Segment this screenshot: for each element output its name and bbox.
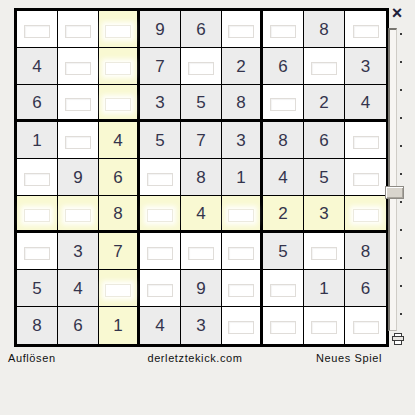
cell-r6c2 (58, 196, 99, 233)
slider-tick (400, 61, 402, 63)
cell-r2c2 (58, 48, 99, 85)
cell-input-r2c8[interactable] (311, 62, 337, 75)
cell-input-r6c4[interactable] (147, 209, 173, 222)
given-digit: 6 (32, 94, 41, 111)
given-digit: 4 (278, 169, 287, 186)
cell-r9c1: 8 (17, 307, 58, 344)
cell-input-r1c2[interactable] (65, 25, 91, 38)
given-digit: 2 (319, 94, 328, 111)
cell-r5c2: 9 (58, 159, 99, 196)
cell-r1c7 (263, 11, 304, 48)
cell-input-r1c9[interactable] (353, 25, 379, 38)
slider-tick (400, 257, 402, 259)
cell-r6c7: 2 (263, 196, 304, 233)
slider-tick (400, 285, 402, 287)
cell-r2c9: 3 (345, 48, 386, 85)
cell-r1c6 (222, 11, 263, 48)
cell-r7c9: 8 (345, 233, 386, 270)
cell-input-r8c4[interactable] (147, 284, 173, 297)
given-digit: 8 (113, 205, 122, 222)
cell-r6c8: 3 (304, 196, 345, 233)
cell-input-r7c6[interactable] (228, 247, 254, 260)
new-game-link[interactable]: Neues Spiel (316, 352, 382, 364)
cell-r5c3: 6 (99, 159, 140, 196)
cell-r8c1: 5 (17, 270, 58, 307)
print-icon[interactable] (392, 333, 404, 347)
cell-r5c1 (17, 159, 58, 196)
slider-tick (400, 173, 402, 175)
cell-r2c3 (99, 48, 140, 85)
given-digit: 5 (319, 169, 328, 186)
cell-input-r8c7[interactable] (270, 284, 296, 297)
cell-input-r4c9[interactable] (353, 136, 379, 149)
cell-r7c8 (304, 233, 345, 270)
cell-r4c1: 1 (17, 122, 58, 159)
given-digit: 9 (73, 169, 82, 186)
cell-r7c4 (140, 233, 181, 270)
given-digit: 3 (319, 205, 328, 222)
given-digit: 8 (196, 169, 205, 186)
cell-r4c9 (345, 122, 386, 159)
slider-tick (400, 33, 402, 35)
given-digit: 1 (236, 169, 245, 186)
cell-r8c9: 6 (345, 270, 386, 307)
cell-input-r5c4[interactable] (147, 173, 173, 186)
given-digit: 6 (113, 169, 122, 186)
cell-r3c9: 4 (345, 85, 386, 122)
cell-r2c5 (181, 48, 222, 85)
cell-r2c1: 4 (17, 48, 58, 85)
given-digit: 4 (113, 132, 122, 149)
close-icon[interactable]: × (390, 6, 404, 20)
cell-r3c7 (263, 85, 304, 122)
cell-r8c5: 9 (181, 270, 222, 307)
cell-input-r9c8[interactable] (311, 321, 337, 334)
cell-r9c3: 1 (99, 307, 140, 344)
zoom-slider-thumb[interactable] (385, 186, 404, 199)
cell-input-r6c1[interactable] (24, 209, 50, 222)
cell-r6c3: 8 (99, 196, 140, 233)
given-digit: 4 (196, 205, 205, 222)
slider-tick (400, 145, 402, 147)
given-digit: 7 (196, 132, 205, 149)
cell-r2c6: 2 (222, 48, 263, 85)
cell-r7c6 (222, 233, 263, 270)
cell-input-r9c7[interactable] (270, 321, 296, 334)
slider-tick (400, 313, 402, 315)
cell-r3c8: 2 (304, 85, 345, 122)
cell-r5c6: 1 (222, 159, 263, 196)
cell-r8c7 (263, 270, 304, 307)
cell-input-r3c7[interactable] (270, 98, 296, 111)
given-digit: 1 (113, 317, 122, 334)
cell-input-r5c9[interactable] (353, 173, 379, 186)
cell-r5c8: 5 (304, 159, 345, 196)
cell-input-r5c1[interactable] (24, 173, 50, 186)
given-digit: 3 (155, 94, 164, 111)
cell-input-r1c6[interactable] (228, 25, 254, 38)
given-digit: 1 (32, 132, 41, 149)
cell-r9c7 (263, 307, 304, 344)
slider-tick (400, 201, 402, 203)
cell-input-r3c2[interactable] (65, 98, 91, 111)
cell-r1c4: 9 (140, 11, 181, 48)
given-digit: 8 (278, 132, 287, 149)
cell-r4c4: 5 (140, 122, 181, 159)
cell-r9c5: 3 (181, 307, 222, 344)
cell-input-r9c6[interactable] (228, 321, 254, 334)
cell-r1c9 (345, 11, 386, 48)
cell-input-r6c9[interactable] (353, 209, 379, 222)
cell-r3c6: 8 (222, 85, 263, 122)
slider-tick (400, 117, 402, 119)
given-digit: 1 (319, 280, 328, 297)
zoom-slider-track[interactable] (388, 28, 397, 331)
cell-r3c2 (58, 85, 99, 122)
cell-r7c7: 5 (263, 233, 304, 270)
cell-r5c7: 4 (263, 159, 304, 196)
cell-r2c4: 7 (140, 48, 181, 85)
cell-r9c2: 6 (58, 307, 99, 344)
given-digit: 2 (236, 58, 245, 75)
cell-r6c5: 4 (181, 196, 222, 233)
given-digit: 4 (32, 58, 41, 75)
cell-r4c3: 4 (99, 122, 140, 159)
cell-input-r2c2[interactable] (65, 62, 91, 75)
cell-r8c4 (140, 270, 181, 307)
cell-input-r1c7[interactable] (270, 25, 296, 38)
cell-r6c6 (222, 196, 263, 233)
cell-r9c6 (222, 307, 263, 344)
cell-input-r4c2[interactable] (65, 136, 91, 149)
given-digit: 9 (196, 280, 205, 297)
cell-r5c4 (140, 159, 181, 196)
cell-r4c5: 7 (181, 122, 222, 159)
solve-link[interactable]: Auflösen (8, 352, 56, 364)
cell-input-r7c8[interactable] (311, 247, 337, 260)
given-digit: 5 (155, 132, 164, 149)
given-digit: 6 (196, 21, 205, 38)
cell-r3c3 (99, 85, 140, 122)
cell-r9c4: 4 (140, 307, 181, 344)
given-digit: 9 (155, 21, 164, 38)
given-digit: 4 (361, 94, 370, 111)
cell-r4c2 (58, 122, 99, 159)
given-digit: 4 (155, 317, 164, 334)
cell-input-r6c6[interactable] (228, 209, 254, 222)
given-digit: 8 (361, 243, 370, 260)
cell-r6c1 (17, 196, 58, 233)
cell-input-r2c5[interactable] (188, 62, 214, 75)
given-digit: 8 (32, 317, 41, 334)
given-digit: 8 (319, 21, 328, 38)
sudoku-board: 9684726363582414573869681458423375854916… (14, 8, 389, 347)
cell-r3c4: 3 (140, 85, 181, 122)
cell-r1c1 (17, 11, 58, 48)
cell-r1c2 (58, 11, 99, 48)
cell-input-r7c5[interactable] (188, 247, 214, 260)
given-digit: 7 (113, 243, 122, 260)
cell-r7c1 (17, 233, 58, 270)
cell-r9c9 (345, 307, 386, 344)
given-digit: 4 (73, 280, 82, 297)
cell-input-r7c1[interactable] (24, 247, 50, 260)
cell-r3c1: 6 (17, 85, 58, 122)
cell-r6c4 (140, 196, 181, 233)
cell-r8c3 (99, 270, 140, 307)
given-digit: 3 (236, 132, 245, 149)
cell-input-r3c3[interactable] (105, 98, 131, 111)
cell-r1c3 (99, 11, 140, 48)
cell-input-r7c4[interactable] (147, 247, 173, 260)
given-digit: 5 (278, 243, 287, 260)
slider-tick (400, 89, 402, 91)
cell-r7c3: 7 (99, 233, 140, 270)
cell-input-r2c3[interactable] (105, 62, 131, 75)
slider-tick (400, 229, 402, 231)
cell-input-r6c2[interactable] (65, 209, 91, 222)
given-digit: 6 (319, 132, 328, 149)
cell-r1c8: 8 (304, 11, 345, 48)
given-digit: 3 (196, 317, 205, 334)
cell-input-r9c9[interactable] (353, 321, 379, 334)
cell-r2c7: 6 (263, 48, 304, 85)
printer-paper-out (394, 340, 402, 345)
cell-r8c6 (222, 270, 263, 307)
cell-r4c6: 3 (222, 122, 263, 159)
site-link[interactable]: derletztekick.com (147, 352, 242, 364)
given-digit: 6 (278, 58, 287, 75)
given-digit: 2 (278, 205, 287, 222)
given-digit: 8 (236, 94, 245, 111)
cell-r2c8 (304, 48, 345, 85)
given-digit: 3 (361, 58, 370, 75)
given-digit: 5 (196, 94, 205, 111)
cell-r7c2: 3 (58, 233, 99, 270)
cell-r9c8 (304, 307, 345, 344)
cell-input-r8c3[interactable] (105, 284, 131, 297)
cell-r4c7: 8 (263, 122, 304, 159)
cell-r8c2: 4 (58, 270, 99, 307)
given-digit: 7 (155, 58, 164, 75)
given-digit: 5 (32, 280, 41, 297)
cell-r8c8: 1 (304, 270, 345, 307)
cell-input-r1c3[interactable] (105, 25, 131, 38)
cell-r5c9 (345, 159, 386, 196)
cell-input-r1c1[interactable] (24, 25, 50, 38)
given-digit: 6 (361, 280, 370, 297)
cell-r5c5: 8 (181, 159, 222, 196)
cell-r7c5 (181, 233, 222, 270)
cell-input-r8c6[interactable] (228, 284, 254, 297)
cell-r3c5: 5 (181, 85, 222, 122)
cell-r6c9 (345, 196, 386, 233)
given-digit: 6 (73, 317, 82, 334)
cell-r1c5: 6 (181, 11, 222, 48)
footer-bar: Auflösen derletztekick.com Neues Spiel (0, 352, 390, 366)
given-digit: 3 (73, 243, 82, 260)
cell-r4c8: 6 (304, 122, 345, 159)
